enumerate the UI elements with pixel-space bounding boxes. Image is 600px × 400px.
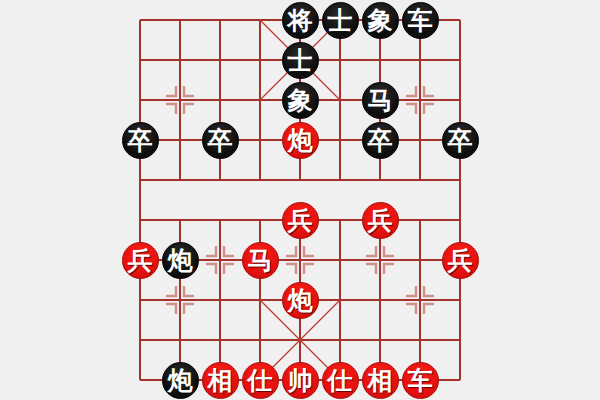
board-point-5-1[interactable] xyxy=(320,40,360,80)
board-point-6-9[interactable]: 相 xyxy=(360,360,400,400)
board-point-1-8[interactable] xyxy=(160,320,200,360)
piece-red-advisor[interactable]: 仕 xyxy=(242,362,279,399)
board-point-6-5[interactable]: 兵 xyxy=(360,200,400,240)
board-point-2-4[interactable] xyxy=(200,160,240,200)
piece-red-soldier[interactable]: 兵 xyxy=(282,202,319,239)
piece-red-chariot[interactable]: 车 xyxy=(402,362,439,399)
board-point-1-1[interactable] xyxy=(160,40,200,80)
board-point-7-0[interactable]: 车 xyxy=(400,0,440,40)
board-point-3-9[interactable]: 仕 xyxy=(240,360,280,400)
board-point-0-5[interactable] xyxy=(120,200,160,240)
board-point-4-9[interactable]: 帅 xyxy=(280,360,320,400)
board-point-0-3[interactable]: 卒 xyxy=(120,120,160,160)
board-point-7-2[interactable] xyxy=(400,80,440,120)
board-point-1-3[interactable] xyxy=(160,120,200,160)
board-point-8-9[interactable] xyxy=(440,360,480,400)
board-point-2-9[interactable]: 相 xyxy=(200,360,240,400)
piece-red-cannon[interactable]: 炮 xyxy=(282,122,319,159)
board-point-1-0[interactable] xyxy=(160,0,200,40)
piece-black-soldier[interactable]: 卒 xyxy=(202,122,239,159)
board-point-6-2[interactable]: 马 xyxy=(360,80,400,120)
board-point-8-3[interactable]: 卒 xyxy=(440,120,480,160)
piece-red-horse[interactable]: 马 xyxy=(242,242,279,279)
board-point-5-9[interactable]: 仕 xyxy=(320,360,360,400)
board-point-6-3[interactable]: 卒 xyxy=(360,120,400,160)
board-point-0-7[interactable] xyxy=(120,280,160,320)
piece-black-soldier[interactable]: 卒 xyxy=(122,122,159,159)
board-point-4-6[interactable] xyxy=(280,240,320,280)
board-point-0-9[interactable] xyxy=(120,360,160,400)
board-point-2-1[interactable] xyxy=(200,40,240,80)
board-point-1-2[interactable] xyxy=(160,80,200,120)
board-point-7-5[interactable] xyxy=(400,200,440,240)
piece-black-chariot[interactable]: 车 xyxy=(402,2,439,39)
board-point-3-4[interactable] xyxy=(240,160,280,200)
board-point-0-2[interactable] xyxy=(120,80,160,120)
board-point-7-4[interactable] xyxy=(400,160,440,200)
board-point-6-8[interactable] xyxy=(360,320,400,360)
board-grid: 将士象车士象马卒卒炮卒卒兵兵兵炮马兵炮炮相仕帅仕相车 xyxy=(120,0,480,400)
piece-black-cannon[interactable]: 炮 xyxy=(162,242,199,279)
board-point-8-6[interactable]: 兵 xyxy=(440,240,480,280)
board-point-3-5[interactable] xyxy=(240,200,280,240)
board-point-7-6[interactable] xyxy=(400,240,440,280)
board-point-2-8[interactable] xyxy=(200,320,240,360)
board-point-1-6[interactable]: 炮 xyxy=(160,240,200,280)
board-point-0-6[interactable]: 兵 xyxy=(120,240,160,280)
board-point-1-9[interactable]: 炮 xyxy=(160,360,200,400)
board-point-5-8[interactable] xyxy=(320,320,360,360)
board-point-0-8[interactable] xyxy=(120,320,160,360)
piece-red-soldier[interactable]: 兵 xyxy=(362,202,399,239)
board-point-8-4[interactable] xyxy=(440,160,480,200)
board-point-6-7[interactable] xyxy=(360,280,400,320)
board-point-5-4[interactable] xyxy=(320,160,360,200)
board-point-3-6[interactable]: 马 xyxy=(240,240,280,280)
board-point-7-1[interactable] xyxy=(400,40,440,80)
board-point-3-2[interactable] xyxy=(240,80,280,120)
board-point-3-0[interactable] xyxy=(240,0,280,40)
piece-red-advisor[interactable]: 仕 xyxy=(322,362,359,399)
board-point-0-0[interactable] xyxy=(120,0,160,40)
board-point-1-4[interactable] xyxy=(160,160,200,200)
board-point-3-1[interactable] xyxy=(240,40,280,80)
board-point-4-1[interactable]: 士 xyxy=(280,40,320,80)
board-point-6-1[interactable] xyxy=(360,40,400,80)
board-point-4-2[interactable]: 象 xyxy=(280,80,320,120)
board-point-2-5[interactable] xyxy=(200,200,240,240)
board-point-8-2[interactable] xyxy=(440,80,480,120)
board-point-0-4[interactable] xyxy=(120,160,160,200)
board-point-4-7[interactable]: 炮 xyxy=(280,280,320,320)
piece-red-cannon[interactable]: 炮 xyxy=(282,282,319,319)
piece-black-cannon[interactable]: 炮 xyxy=(162,362,199,399)
piece-black-advisor[interactable]: 士 xyxy=(322,2,359,39)
board-point-8-0[interactable] xyxy=(440,0,480,40)
board-point-2-0[interactable] xyxy=(200,0,240,40)
board-point-8-8[interactable] xyxy=(440,320,480,360)
board-point-1-5[interactable] xyxy=(160,200,200,240)
piece-black-elephant[interactable]: 象 xyxy=(282,82,319,119)
board-point-7-3[interactable] xyxy=(400,120,440,160)
board-point-2-3[interactable]: 卒 xyxy=(200,120,240,160)
board-point-2-6[interactable] xyxy=(200,240,240,280)
piece-red-soldier[interactable]: 兵 xyxy=(442,242,479,279)
board-point-5-6[interactable] xyxy=(320,240,360,280)
board-point-5-2[interactable] xyxy=(320,80,360,120)
board-point-3-3[interactable] xyxy=(240,120,280,160)
board-point-6-6[interactable] xyxy=(360,240,400,280)
piece-black-elephant[interactable]: 象 xyxy=(362,2,399,39)
xiangqi-board: 将士象车士象马卒卒炮卒卒兵兵兵炮马兵炮炮相仕帅仕相车 xyxy=(0,0,600,400)
piece-black-horse[interactable]: 马 xyxy=(362,82,399,119)
board-point-4-0[interactable]: 将 xyxy=(280,0,320,40)
piece-red-general[interactable]: 帅 xyxy=(282,362,319,399)
board-point-8-1[interactable] xyxy=(440,40,480,80)
board-point-4-8[interactable] xyxy=(280,320,320,360)
piece-black-advisor[interactable]: 士 xyxy=(282,42,319,79)
piece-red-soldier[interactable]: 兵 xyxy=(122,242,159,279)
board-point-5-7[interactable] xyxy=(320,280,360,320)
piece-black-general[interactable]: 将 xyxy=(282,2,319,39)
board-point-7-9[interactable]: 车 xyxy=(400,360,440,400)
board-point-6-4[interactable] xyxy=(360,160,400,200)
board-point-5-5[interactable] xyxy=(320,200,360,240)
piece-black-soldier[interactable]: 卒 xyxy=(442,122,479,159)
board-point-7-8[interactable] xyxy=(400,320,440,360)
board-point-0-1[interactable] xyxy=(120,40,160,80)
board-point-3-8[interactable] xyxy=(240,320,280,360)
board-point-5-0[interactable]: 士 xyxy=(320,0,360,40)
piece-red-elephant[interactable]: 相 xyxy=(202,362,239,399)
board-point-4-4[interactable] xyxy=(280,160,320,200)
board-point-5-3[interactable] xyxy=(320,120,360,160)
board-point-6-0[interactable]: 象 xyxy=(360,0,400,40)
board-point-7-7[interactable] xyxy=(400,280,440,320)
board-point-4-5[interactable]: 兵 xyxy=(280,200,320,240)
board-point-8-5[interactable] xyxy=(440,200,480,240)
board-point-1-7[interactable] xyxy=(160,280,200,320)
piece-black-soldier[interactable]: 卒 xyxy=(362,122,399,159)
board-point-2-7[interactable] xyxy=(200,280,240,320)
board-point-2-2[interactable] xyxy=(200,80,240,120)
board-point-3-7[interactable] xyxy=(240,280,280,320)
piece-red-elephant[interactable]: 相 xyxy=(362,362,399,399)
board-point-4-3[interactable]: 炮 xyxy=(280,120,320,160)
board-point-8-7[interactable] xyxy=(440,280,480,320)
